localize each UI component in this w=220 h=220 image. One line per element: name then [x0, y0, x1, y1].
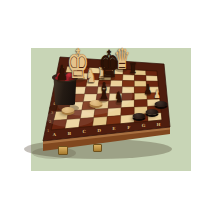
file-label-H: H: [157, 122, 161, 127]
rank-label-2: 2: [49, 120, 51, 124]
file-label-B: B: [67, 131, 71, 136]
file-label-G: G: [142, 123, 146, 128]
file-label-A: A: [52, 132, 57, 137]
product-photo[interactable]: ABCDEFGH87654321 ♟♚♞♜♚♛♜♝♞♟♟: [0, 0, 220, 220]
file-label-D: D: [97, 128, 101, 133]
file-label-C: C: [82, 129, 86, 134]
rank-label-1: 1: [47, 129, 49, 133]
chess-board: ABCDEFGH87654321: [0, 0, 220, 220]
file-label-F: F: [127, 125, 130, 130]
